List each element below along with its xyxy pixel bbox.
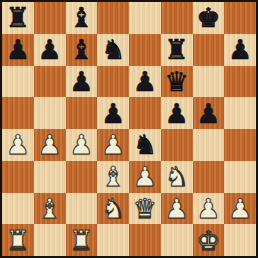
white-bishop-piece[interactable]: ♝ <box>38 195 62 222</box>
square-e4[interactable]: ♞ <box>129 129 161 161</box>
board-grid: ♜♝♚♟♟♝♞♜♟♟♟♛♟♟♟♟♟♟♟♞♝♟♞♝♞♛♟♟♟♜♜♚ <box>2 2 256 256</box>
square-c3[interactable] <box>66 161 98 193</box>
square-b2[interactable]: ♝ <box>34 193 66 225</box>
square-b5[interactable] <box>34 97 66 129</box>
square-a6[interactable] <box>2 66 34 98</box>
square-f4[interactable] <box>161 129 193 161</box>
square-c2[interactable] <box>66 193 98 225</box>
black-pawn-piece[interactable]: ♟ <box>196 100 220 127</box>
square-g5[interactable]: ♟ <box>193 97 225 129</box>
square-g7[interactable] <box>193 34 225 66</box>
black-bishop-piece[interactable]: ♝ <box>69 36 93 63</box>
square-e5[interactable] <box>129 97 161 129</box>
white-queen-piece[interactable]: ♛ <box>133 195 157 222</box>
square-d4[interactable]: ♟ <box>97 129 129 161</box>
black-bishop-piece[interactable]: ♝ <box>69 4 93 31</box>
square-c6[interactable]: ♟ <box>66 66 98 98</box>
square-d7[interactable]: ♞ <box>97 34 129 66</box>
square-a1[interactable]: ♜ <box>2 224 34 256</box>
square-g8[interactable]: ♚ <box>193 2 225 34</box>
white-pawn-piece[interactable]: ♟ <box>38 131 62 158</box>
square-h2[interactable]: ♟ <box>224 193 256 225</box>
square-e3[interactable]: ♟ <box>129 161 161 193</box>
square-c4[interactable]: ♟ <box>66 129 98 161</box>
white-knight-piece[interactable]: ♞ <box>101 195 125 222</box>
black-pawn-piece[interactable]: ♟ <box>38 36 62 63</box>
square-g1[interactable]: ♚ <box>193 224 225 256</box>
black-knight-piece[interactable]: ♞ <box>133 131 157 158</box>
white-pawn-piece[interactable]: ♟ <box>228 195 252 222</box>
square-d8[interactable] <box>97 2 129 34</box>
square-d6[interactable] <box>97 66 129 98</box>
black-pawn-piece[interactable]: ♟ <box>69 68 93 95</box>
black-knight-piece[interactable]: ♞ <box>101 36 125 63</box>
square-e7[interactable] <box>129 34 161 66</box>
square-a2[interactable] <box>2 193 34 225</box>
square-a3[interactable] <box>2 161 34 193</box>
square-a8[interactable]: ♜ <box>2 2 34 34</box>
square-h4[interactable] <box>224 129 256 161</box>
square-b4[interactable]: ♟ <box>34 129 66 161</box>
white-rook-piece[interactable]: ♜ <box>69 227 93 254</box>
square-e8[interactable] <box>129 2 161 34</box>
white-knight-piece[interactable]: ♞ <box>165 163 189 190</box>
square-a7[interactable]: ♟ <box>2 34 34 66</box>
square-b8[interactable] <box>34 2 66 34</box>
square-c8[interactable]: ♝ <box>66 2 98 34</box>
black-pawn-piece[interactable]: ♟ <box>6 36 30 63</box>
white-pawn-piece[interactable]: ♟ <box>6 131 30 158</box>
white-rook-piece[interactable]: ♜ <box>6 227 30 254</box>
black-pawn-piece[interactable]: ♟ <box>228 36 252 63</box>
white-pawn-piece[interactable]: ♟ <box>165 195 189 222</box>
black-queen-piece[interactable]: ♛ <box>165 68 189 95</box>
chess-board: ♜♝♚♟♟♝♞♜♟♟♟♛♟♟♟♟♟♟♟♞♝♟♞♝♞♛♟♟♟♜♜♚ <box>0 0 258 258</box>
white-pawn-piece[interactable]: ♟ <box>69 131 93 158</box>
square-d5[interactable]: ♟ <box>97 97 129 129</box>
square-f6[interactable]: ♛ <box>161 66 193 98</box>
black-pawn-piece[interactable]: ♟ <box>165 100 189 127</box>
black-rook-piece[interactable]: ♜ <box>165 36 189 63</box>
square-e6[interactable]: ♟ <box>129 66 161 98</box>
white-king-piece[interactable]: ♚ <box>196 227 220 254</box>
square-a5[interactable] <box>2 97 34 129</box>
square-b6[interactable] <box>34 66 66 98</box>
square-c7[interactable]: ♝ <box>66 34 98 66</box>
square-d2[interactable]: ♞ <box>97 193 129 225</box>
square-d3[interactable]: ♝ <box>97 161 129 193</box>
square-g4[interactable] <box>193 129 225 161</box>
square-f7[interactable]: ♜ <box>161 34 193 66</box>
white-pawn-piece[interactable]: ♟ <box>133 163 157 190</box>
square-g3[interactable] <box>193 161 225 193</box>
square-e2[interactable]: ♛ <box>129 193 161 225</box>
square-f8[interactable] <box>161 2 193 34</box>
square-f2[interactable]: ♟ <box>161 193 193 225</box>
square-c5[interactable] <box>66 97 98 129</box>
black-pawn-piece[interactable]: ♟ <box>101 100 125 127</box>
square-d1[interactable] <box>97 224 129 256</box>
white-pawn-piece[interactable]: ♟ <box>196 195 220 222</box>
white-pawn-piece[interactable]: ♟ <box>101 131 125 158</box>
black-king-piece[interactable]: ♚ <box>196 4 220 31</box>
square-g6[interactable] <box>193 66 225 98</box>
white-bishop-piece[interactable]: ♝ <box>101 163 125 190</box>
square-b3[interactable] <box>34 161 66 193</box>
square-c1[interactable]: ♜ <box>66 224 98 256</box>
black-rook-piece[interactable]: ♜ <box>6 4 30 31</box>
square-a4[interactable]: ♟ <box>2 129 34 161</box>
square-f3[interactable]: ♞ <box>161 161 193 193</box>
square-g2[interactable]: ♟ <box>193 193 225 225</box>
square-h8[interactable] <box>224 2 256 34</box>
square-b7[interactable]: ♟ <box>34 34 66 66</box>
square-f1[interactable] <box>161 224 193 256</box>
square-b1[interactable] <box>34 224 66 256</box>
square-h7[interactable]: ♟ <box>224 34 256 66</box>
square-e1[interactable] <box>129 224 161 256</box>
square-h5[interactable] <box>224 97 256 129</box>
square-h3[interactable] <box>224 161 256 193</box>
black-pawn-piece[interactable]: ♟ <box>133 68 157 95</box>
square-f5[interactable]: ♟ <box>161 97 193 129</box>
square-h6[interactable] <box>224 66 256 98</box>
square-h1[interactable] <box>224 224 256 256</box>
